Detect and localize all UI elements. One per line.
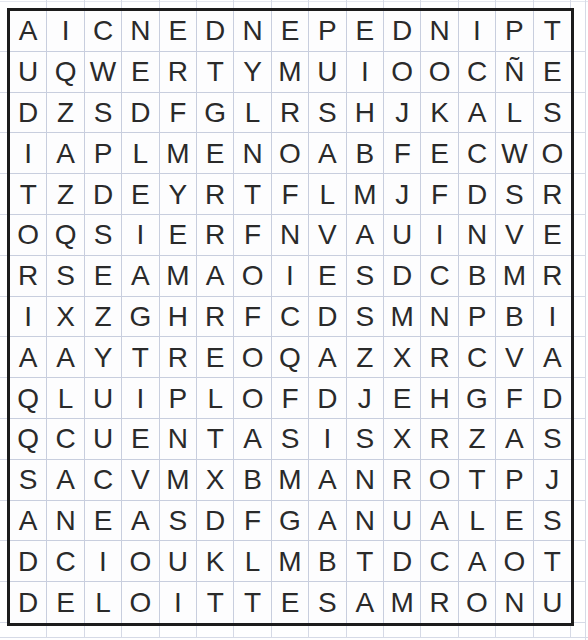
grid-cell-r9c9[interactable]: A [309,337,346,378]
grid-cell-r8c10[interactable]: S [347,297,384,338]
cell-letter: S [543,506,562,535]
grid-cell-r2c1[interactable]: U [10,52,47,93]
grid-cell-r15c1[interactable]: D [10,582,47,623]
grid-cell-r9c2[interactable]: A [47,337,84,378]
grid-cell-r4c2[interactable]: A [47,133,84,174]
cell-letter: A [505,424,524,453]
grid-cell-r15c10[interactable]: A [347,582,384,623]
grid-cell-r6c14[interactable]: V [496,215,533,256]
cell-letter: M [166,139,189,168]
grid-cell-r6c9[interactable]: V [309,215,346,256]
grid-cell-r5c15[interactable]: R [534,174,571,215]
grid-cell-r4c7[interactable]: N [234,133,271,174]
grid-cell-r15c2[interactable]: E [47,582,84,623]
cell-letter: E [168,16,187,45]
grid-cell-r15c6[interactable]: T [197,582,234,623]
grid-cell-r12c10[interactable]: N [347,460,384,501]
grid-cell-r15c9[interactable]: S [309,582,346,623]
grid-cell-r1c15[interactable]: T [534,11,571,52]
grid-cell-r14c15[interactable]: T [534,541,571,582]
grid-cell-r12c4[interactable]: V [122,460,159,501]
grid-cell-r11c2[interactable]: C [47,419,84,460]
grid-cell-r10c11[interactable]: E [384,378,421,419]
grid-cell-r4c8[interactable]: O [272,133,309,174]
grid-cell-r9c3[interactable]: Y [85,337,122,378]
grid-cell-r5c3[interactable]: D [85,174,122,215]
grid-cell-r1c10[interactable]: E [347,11,384,52]
grid-cell-r3c12[interactable]: K [421,93,458,134]
grid-cell-r9c12[interactable]: R [421,337,458,378]
grid-cell-r4c13[interactable]: C [459,133,496,174]
grid-cell-r1c6[interactable]: D [197,11,234,52]
cell-letter: D [18,547,38,576]
cell-letter: O [504,547,526,576]
grid-cell-r7c12[interactable]: C [421,256,458,297]
grid-cell-r9c5[interactable]: R [160,337,197,378]
cell-letter: R [429,588,449,617]
grid-cell-r11c7[interactable]: A [234,419,271,460]
grid-cell-r13c14[interactable]: E [496,501,533,542]
grid-cell-r11c11[interactable]: X [384,419,421,460]
grid-cell-r8c6[interactable]: R [197,297,234,338]
grid-cell-r13c3[interactable]: E [85,501,122,542]
grid-cell-r13c15[interactable]: S [534,501,571,542]
grid-cell-r4c4[interactable]: L [122,133,159,174]
grid-cell-r11c9[interactable]: I [309,419,346,460]
cell-letter: Z [468,424,485,453]
grid-cell-r7c5[interactable]: M [160,256,197,297]
grid-cell-r6c7[interactable]: F [234,215,271,256]
cell-letter: T [207,57,224,86]
grid-cell-r1c3[interactable]: C [85,11,122,52]
cell-letter: G [130,302,152,331]
grid-cell-r7c10[interactable]: S [347,256,384,297]
grid-cell-r11c4[interactable]: E [122,419,159,460]
cell-letter: P [468,302,487,331]
grid-cell-r2c2[interactable]: Q [47,52,84,93]
grid-cell-r10c6[interactable]: L [197,378,234,419]
grid-cell-r10c9[interactable]: D [309,378,346,419]
cell-letter: O [242,384,264,413]
grid-cell-r12c1[interactable]: S [10,460,47,501]
grid-cell-r13c7[interactable]: F [234,501,271,542]
grid-cell-r7c11[interactable]: D [384,256,421,297]
grid-cell-r2c5[interactable]: R [160,52,197,93]
cell-letter: A [19,506,38,535]
grid-cell-r3c1[interactable]: D [10,93,47,134]
cell-letter: E [281,16,300,45]
grid-cell-r15c14[interactable]: N [496,582,533,623]
grid-cell-r14c10[interactable]: T [347,541,384,582]
grid-cell-r12c2[interactable]: A [47,460,84,501]
grid-cell-r13c1[interactable]: A [10,501,47,542]
cell-letter: Q [55,57,77,86]
cell-letter: F [169,98,186,127]
grid-cell-r13c10[interactable]: N [347,501,384,542]
grid-cell-r11c1[interactable]: Q [10,419,47,460]
grid-cell-r6c10[interactable]: A [347,215,384,256]
grid-cell-r13c11[interactable]: U [384,501,421,542]
grid-cell-r3c5[interactable]: F [160,93,197,134]
cell-letter: W [501,139,527,168]
cell-letter: J [395,180,409,209]
cell-letter: T [356,547,373,576]
grid-cell-r8c3[interactable]: Z [85,297,122,338]
grid-cell-r5c5[interactable]: Y [160,174,197,215]
grid-cell-r14c12[interactable]: C [421,541,458,582]
grid-cell-r10c12[interactable]: H [421,378,458,419]
cell-letter: P [505,16,524,45]
cell-letter: R [18,261,38,290]
grid-cell-r6c6[interactable]: R [197,215,234,256]
grid-cell-r12c12[interactable]: O [421,460,458,501]
grid-cell-r11c12[interactable]: R [421,419,458,460]
grid-cell-r2c14[interactable]: Ñ [496,52,533,93]
grid-cell-r6c5[interactable]: E [160,215,197,256]
cell-letter: A [318,139,337,168]
grid-cell-r3c13[interactable]: A [459,93,496,134]
grid-cell-r11c5[interactable]: N [160,419,197,460]
grid-cell-r2c6[interactable]: T [197,52,234,93]
grid-cell-r5c12[interactable]: F [421,174,458,215]
grid-cell-r14c7[interactable]: L [234,541,271,582]
cell-letter: N [504,588,524,617]
grid-cell-r4c11[interactable]: F [384,133,421,174]
grid-cell-r3c10[interactable]: H [347,93,384,134]
cell-letter: N [429,302,449,331]
grid-cell-r11c15[interactable]: S [534,419,571,460]
grid-cell-r2c7[interactable]: Y [234,52,271,93]
grid-cell-r2c10[interactable]: I [347,52,384,93]
grid-cell-r1c4[interactable]: N [122,11,159,52]
grid-cell-r3c11[interactable]: J [384,93,421,134]
grid-cell-r7c14[interactable]: M [496,256,533,297]
grid-cell-r5c13[interactable]: D [459,174,496,215]
grid-cell-r10c15[interactable]: D [534,378,571,419]
grid-cell-r10c3[interactable]: U [85,378,122,419]
cell-letter: N [355,506,375,535]
grid-cell-r13c13[interactable]: L [459,501,496,542]
grid-cell-r9c13[interactable]: C [459,337,496,378]
cell-letter: F [394,139,411,168]
grid-cell-r4c15[interactable]: O [534,133,571,174]
cell-letter: Y [94,343,113,372]
grid-cell-r12c8[interactable]: M [272,460,309,501]
cell-letter: V [131,465,150,494]
grid-cell-r5c9[interactable]: L [309,174,346,215]
grid-cell-r15c13[interactable]: O [459,582,496,623]
grid-cell-r7c15[interactable]: R [534,256,571,297]
grid-cell-r6c12[interactable]: I [421,215,458,256]
grid-cell-r2c13[interactable]: C [459,52,496,93]
grid-cell-r14c13[interactable]: A [459,541,496,582]
cell-letter: S [355,424,374,453]
grid-cell-r12c14[interactable]: P [496,460,533,501]
grid-cell-r8c11[interactable]: M [384,297,421,338]
grid-cell-r8c1[interactable]: I [10,297,47,338]
grid-cell-r3c15[interactable]: S [534,93,571,134]
grid-cell-r11c3[interactable]: U [85,419,122,460]
grid-cell-r2c8[interactable]: M [272,52,309,93]
grid-cell-r8c14[interactable]: B [496,297,533,338]
grid-cell-r6c13[interactable]: N [459,215,496,256]
grid-cell-r8c4[interactable]: G [122,297,159,338]
grid-cell-r2c12[interactable]: O [421,52,458,93]
cell-letter: T [20,180,37,209]
grid-cell-r10c7[interactable]: O [234,378,271,419]
cell-letter: P [168,384,187,413]
grid-cell-r13c9[interactable]: A [309,501,346,542]
grid-cell-r3c9[interactable]: S [309,93,346,134]
grid-cell-r4c6[interactable]: E [197,133,234,174]
grid-cell-r15c12[interactable]: R [421,582,458,623]
cell-letter: T [132,343,149,372]
cell-letter: C [93,465,113,494]
cell-letter: E [393,384,412,413]
grid-cell-r1c2[interactable]: I [47,11,84,52]
grid-cell-r14c11[interactable]: D [384,541,421,582]
grid-cell-r15c11[interactable]: M [384,582,421,623]
grid-cell-r1c11[interactable]: D [384,11,421,52]
cell-letter: N [130,16,150,45]
cell-letter: T [544,547,561,576]
grid-cell-r8c9[interactable]: D [309,297,346,338]
grid-cell-r5c8[interactable]: F [272,174,309,215]
grid-cell-r3c2[interactable]: Z [47,93,84,134]
cell-letter: D [205,506,225,535]
grid-cell-r3c3[interactable]: S [85,93,122,134]
grid-cell-r13c4[interactable]: A [122,501,159,542]
cell-letter: E [543,220,562,249]
grid-cell-r2c4[interactable]: E [122,52,159,93]
grid-cell-r6c4[interactable]: I [122,215,159,256]
cell-letter: R [429,424,449,453]
grid-cell-r10c14[interactable]: F [496,378,533,419]
grid-cell-r4c1[interactable]: I [10,133,47,174]
grid-cell-r6c1[interactable]: O [10,215,47,256]
grid-cell-r13c2[interactable]: N [47,501,84,542]
grid-cell-r12c15[interactable]: J [534,460,571,501]
cell-letter: V [318,220,337,249]
cell-letter: A [56,139,75,168]
grid-cell-r5c1[interactable]: T [10,174,47,215]
cell-letter: I [473,16,481,45]
grid-cell-r6c8[interactable]: N [272,215,309,256]
grid-cell-r14c3[interactable]: I [85,541,122,582]
grid-cell-r13c6[interactable]: D [197,501,234,542]
grid-cell-r2c11[interactable]: O [384,52,421,93]
cell-letter: L [207,384,223,413]
cell-letter: C [429,547,449,576]
grid-cell-r1c7[interactable]: N [234,11,271,52]
grid-cell-r7c6[interactable]: A [197,256,234,297]
cell-letter: O [429,57,451,86]
grid-cell-r4c10[interactable]: B [347,133,384,174]
grid-cell-r12c9[interactable]: A [309,460,346,501]
grid-cell-r4c14[interactable]: W [496,133,533,174]
grid-cell-r2c9[interactable]: U [309,52,346,93]
grid-cell-r11c14[interactable]: A [496,419,533,460]
grid-cell-r1c9[interactable]: P [309,11,346,52]
grid-cell-r3c6[interactable]: G [197,93,234,134]
grid-cell-r8c15[interactable]: I [534,297,571,338]
grid-cell-r11c6[interactable]: T [197,419,234,460]
grid-cell-r6c2[interactable]: Q [47,215,84,256]
grid-cell-r7c9[interactable]: E [309,256,346,297]
grid-cell-r11c10[interactable]: S [347,419,384,460]
grid-cell-r6c11[interactable]: U [384,215,421,256]
cell-letter: C [467,139,487,168]
cell-letter: D [18,588,38,617]
cell-letter: E [168,220,187,249]
grid-cell-r15c7[interactable]: T [234,582,271,623]
cell-letter: I [137,220,145,249]
grid-cell-r12c13[interactable]: T [459,460,496,501]
grid-cell-r15c15[interactable]: U [534,582,571,623]
grid-cell-r9c7[interactable]: O [234,337,271,378]
grid-cell-r3c14[interactable]: L [496,93,533,134]
grid-cell-r15c5[interactable]: I [160,582,197,623]
grid-cell-r8c13[interactable]: P [459,297,496,338]
outer-gridline-right [585,0,586,640]
grid-cell-r10c10[interactable]: J [347,378,384,419]
grid-cell-r10c13[interactable]: G [459,378,496,419]
cell-letter: M [353,180,376,209]
grid-cell-r9c1[interactable]: A [10,337,47,378]
grid-cell-r5c2[interactable]: Z [47,174,84,215]
grid-cell-r12c3[interactable]: C [85,460,122,501]
grid-cell-r9c10[interactable]: Z [347,337,384,378]
grid-cell-r1c1[interactable]: A [10,11,47,52]
grid-cell-r1c14[interactable]: P [496,11,533,52]
cell-letter: L [507,98,523,127]
cell-letter: D [392,261,412,290]
grid-cell-r2c15[interactable]: E [534,52,571,93]
grid-cell-r2c3[interactable]: W [85,52,122,93]
grid-cell-r14c8[interactable]: M [272,541,309,582]
cell-letter: D [18,98,38,127]
grid-cell-r7c4[interactable]: A [122,256,159,297]
grid-cell-r7c13[interactable]: B [459,256,496,297]
grid-cell-r14c14[interactable]: O [496,541,533,582]
grid-cell-r9c11[interactable]: X [384,337,421,378]
grid-cell-r3c4[interactable]: D [122,93,159,134]
cell-letter: A [19,16,38,45]
grid-cell-r7c1[interactable]: R [10,256,47,297]
cell-letter: O [391,57,413,86]
grid-cell-r14c1[interactable]: D [10,541,47,582]
grid-cell-r1c8[interactable]: E [272,11,309,52]
grid-cell-r5c7[interactable]: T [234,174,271,215]
cell-letter: E [56,588,75,617]
cell-letter: Q [17,424,39,453]
grid-cell-r13c8[interactable]: G [272,501,309,542]
cell-letter: E [94,506,113,535]
grid-cell-r14c6[interactable]: K [197,541,234,582]
grid-cell-r8c7[interactable]: F [234,297,271,338]
grid-cell-r9c4[interactable]: T [122,337,159,378]
grid-cell-r4c5[interactable]: M [160,133,197,174]
grid-cell-r14c5[interactable]: U [160,541,197,582]
cell-letter: S [355,261,374,290]
grid-cell-r9c15[interactable]: A [534,337,571,378]
grid-cell-r12c11[interactable]: R [384,460,421,501]
grid-cell-r10c8[interactable]: F [272,378,309,419]
cell-letter: A [56,465,75,494]
cell-letter: E [206,343,225,372]
grid-cell-r9c14[interactable]: V [496,337,533,378]
grid-cell-r5c6[interactable]: R [197,174,234,215]
grid-cell-r1c5[interactable]: E [160,11,197,52]
grid-cell-r8c12[interactable]: N [421,297,458,338]
cell-letter: Q [55,220,77,249]
grid-cell-r9c6[interactable]: E [197,337,234,378]
grid-cell-r13c12[interactable]: A [421,501,458,542]
grid-cell-r12c6[interactable]: X [197,460,234,501]
grid-cell-r4c12[interactable]: E [421,133,458,174]
grid-cell-r10c5[interactable]: P [160,378,197,419]
grid-cell-r8c8[interactable]: C [272,297,309,338]
cell-letter: A [543,343,562,372]
cell-letter: E [131,424,150,453]
grid-cell-r5c10[interactable]: M [347,174,384,215]
cell-letter: E [206,139,225,168]
grid-cell-r1c13[interactable]: I [459,11,496,52]
grid-cell-r14c9[interactable]: B [309,541,346,582]
grid-cell-r10c2[interactable]: L [47,378,84,419]
cell-letter: M [278,465,301,494]
grid-cell-r6c15[interactable]: E [534,215,571,256]
cell-letter: T [244,588,261,617]
grid-cell-r15c8[interactable]: E [272,582,309,623]
grid-cell-r7c2[interactable]: S [47,256,84,297]
grid-cell-r15c3[interactable]: L [85,582,122,623]
cell-letter: U [93,424,113,453]
cell-letter: X [56,302,75,331]
grid-cell-r8c5[interactable]: H [160,297,197,338]
grid-cell-r3c7[interactable]: L [234,93,271,134]
cell-letter: M [166,261,189,290]
cell-letter: T [544,16,561,45]
grid-cell-r12c7[interactable]: B [234,460,271,501]
grid-cell-r10c1[interactable]: Q [10,378,47,419]
grid-cell-r7c3[interactable]: E [85,256,122,297]
grid-cell-r6c3[interactable]: S [85,215,122,256]
grid-cell-r12c5[interactable]: M [160,460,197,501]
grid-cell-r4c9[interactable]: A [309,133,346,174]
cell-letter: I [548,302,556,331]
grid-cell-r13c5[interactable]: S [160,501,197,542]
grid-cell-r15c4[interactable]: O [122,582,159,623]
grid-cell-r14c2[interactable]: C [47,541,84,582]
grid-cell-r4c3[interactable]: P [85,133,122,174]
grid-cell-r5c14[interactable]: S [496,174,533,215]
grid-cell-r7c7[interactable]: O [234,256,271,297]
grid-cell-r5c11[interactable]: J [384,174,421,215]
cell-letter: R [429,343,449,372]
grid-cell-r8c2[interactable]: X [47,297,84,338]
grid-cell-r7c8[interactable]: I [272,256,309,297]
cell-letter: D [317,384,337,413]
grid-cell-r10c4[interactable]: I [122,378,159,419]
grid-cell-r11c13[interactable]: Z [459,419,496,460]
grid-cell-r11c8[interactable]: S [272,419,309,460]
grid-cell-r14c4[interactable]: O [122,541,159,582]
grid-cell-r3c8[interactable]: R [272,93,309,134]
grid-cell-r9c8[interactable]: Q [272,337,309,378]
grid-cell-r1c12[interactable]: N [421,11,458,52]
grid-cell-r5c4[interactable]: E [122,174,159,215]
